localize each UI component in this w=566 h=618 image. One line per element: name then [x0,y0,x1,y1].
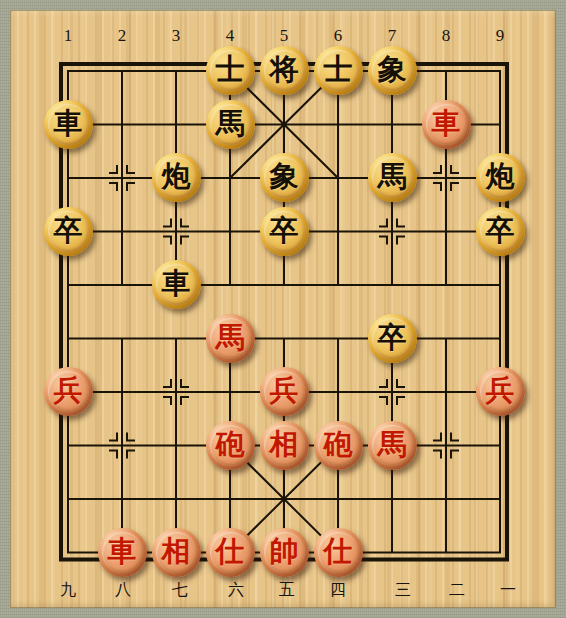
piece-black-chariot-f1r2[interactable]: 車 [44,100,93,149]
piece-black-advisor-f6r1[interactable]: 士 [314,46,363,95]
piece-red-elephant-f5r8[interactable]: 相 [260,421,309,470]
piece-glyph: 馬 [216,323,245,352]
piece-red-soldier-f5r7[interactable]: 兵 [260,367,309,416]
piece-face: 帥 [264,532,305,573]
piece-glyph: 砲 [216,430,245,459]
piece-face: 卒 [372,318,413,359]
piece-red-horse-f7r8[interactable]: 馬 [368,421,417,470]
piece-red-soldier-f9r7[interactable]: 兵 [476,367,525,416]
piece-glyph: 仕 [216,537,245,566]
piece-glyph: 卒 [270,216,299,245]
piece-face: 仕 [318,532,359,573]
piece-black-general-f5r1[interactable]: 将 [260,46,309,95]
piece-face: 相 [156,532,197,573]
piece-red-elephant-f3r10[interactable]: 相 [152,528,201,577]
piece-red-chariot-f2r10[interactable]: 車 [98,528,147,577]
piece-face: 馬 [372,157,413,198]
piece-black-cannon-f9r3[interactable]: 炮 [476,153,525,202]
piece-face: 兵 [48,371,89,412]
piece-red-cannon-f4r8[interactable]: 砲 [206,421,255,470]
piece-face: 砲 [318,425,359,466]
piece-face: 兵 [480,371,521,412]
piece-glyph: 馬 [378,162,407,191]
piece-face: 馬 [372,425,413,466]
piece-face: 仕 [210,532,251,573]
piece-black-soldier-f9r4[interactable]: 卒 [476,207,525,256]
piece-glyph: 砲 [324,430,353,459]
piece-black-soldier-f7r6[interactable]: 卒 [368,314,417,363]
piece-glyph: 士 [216,55,245,84]
piece-face: 砲 [210,425,251,466]
piece-glyph: 将 [270,55,299,84]
piece-face: 車 [426,104,467,145]
piece-red-cannon-f6r8[interactable]: 砲 [314,421,363,470]
piece-face: 卒 [48,211,89,252]
piece-black-elephant-f7r1[interactable]: 象 [368,46,417,95]
piece-face: 炮 [480,157,521,198]
piece-glyph: 車 [54,109,83,138]
piece-face: 兵 [264,371,305,412]
board-grid[interactable]: 士将士象車馬車炮象馬炮卒卒卒車馬卒兵兵兵砲相砲馬車相仕帥仕 [41,44,527,579]
piece-glyph: 兵 [486,376,515,405]
piece-face: 卒 [480,211,521,252]
piece-glyph: 炮 [162,162,191,191]
piece-glyph: 仕 [324,537,353,566]
piece-black-cannon-f3r3[interactable]: 炮 [152,153,201,202]
piece-red-general-f5r10[interactable]: 帥 [260,528,309,577]
piece-black-soldier-f5r4[interactable]: 卒 [260,207,309,256]
piece-glyph: 卒 [378,323,407,352]
piece-black-elephant-f5r3[interactable]: 象 [260,153,309,202]
piece-black-chariot-f3r5[interactable]: 車 [152,260,201,309]
piece-face: 車 [48,104,89,145]
piece-face: 炮 [156,157,197,198]
piece-glyph: 兵 [270,376,299,405]
piece-face: 車 [102,532,143,573]
piece-red-advisor-f4r10[interactable]: 仕 [206,528,255,577]
piece-face: 相 [264,425,305,466]
piece-glyph: 象 [270,162,299,191]
piece-glyph: 車 [162,269,191,298]
piece-glyph: 兵 [54,376,83,405]
piece-black-horse-f4r2[interactable]: 馬 [206,100,255,149]
piece-face: 馬 [210,318,251,359]
piece-red-soldier-f1r7[interactable]: 兵 [44,367,93,416]
piece-black-advisor-f4r1[interactable]: 士 [206,46,255,95]
piece-glyph: 車 [432,109,461,138]
piece-face: 象 [264,157,305,198]
piece-face: 士 [210,50,251,91]
piece-red-chariot-f8r2[interactable]: 車 [422,100,471,149]
piece-face: 将 [264,50,305,91]
piece-face: 馬 [210,104,251,145]
piece-glyph: 馬 [216,109,245,138]
piece-black-soldier-f1r4[interactable]: 卒 [44,207,93,256]
piece-black-horse-f7r3[interactable]: 馬 [368,153,417,202]
piece-glyph: 相 [270,430,299,459]
piece-glyph: 炮 [486,162,515,191]
piece-face: 士 [318,50,359,91]
piece-face: 象 [372,50,413,91]
xiangqi-board: 123456789 九八七六五四三二一 士将士象車馬車炮象馬炮卒卒卒車馬卒兵兵兵… [0,0,566,618]
piece-glyph: 卒 [54,216,83,245]
piece-glyph: 象 [378,55,407,84]
piece-glyph: 帥 [270,537,299,566]
piece-face: 卒 [264,211,305,252]
piece-glyph: 士 [324,55,353,84]
piece-face: 車 [156,264,197,305]
piece-glyph: 車 [108,537,137,566]
piece-glyph: 馬 [378,430,407,459]
piece-red-horse-f4r6[interactable]: 馬 [206,314,255,363]
piece-glyph: 相 [162,537,191,566]
piece-glyph: 卒 [486,216,515,245]
piece-red-advisor-f6r10[interactable]: 仕 [314,528,363,577]
